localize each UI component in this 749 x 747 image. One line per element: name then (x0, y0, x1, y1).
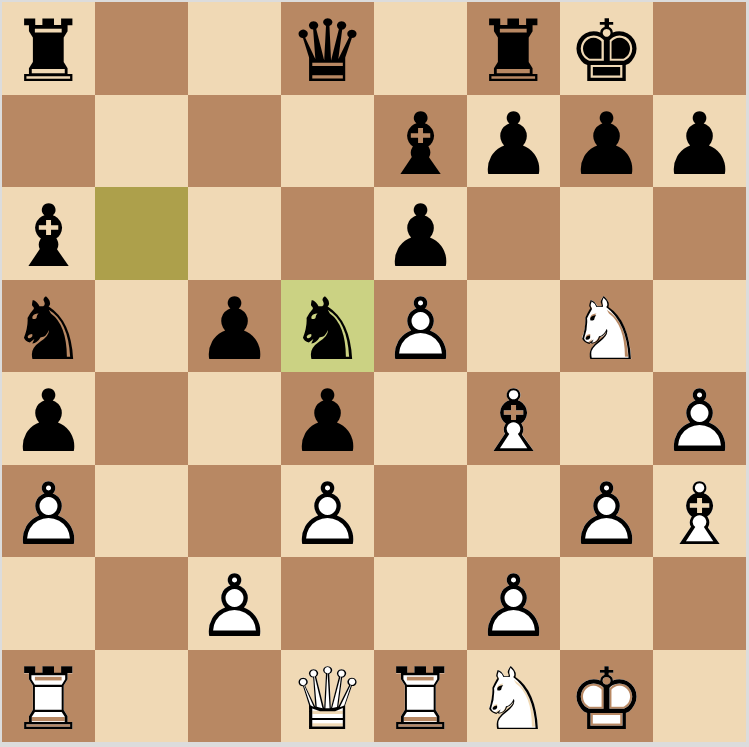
square-e5[interactable]: ♟♙ (374, 280, 467, 373)
black-bishop-icon: ♝ (374, 98, 467, 188)
piece-black-bishop[interactable]: ♝ (374, 95, 467, 188)
piece-black-queen[interactable]: ♛ (281, 2, 374, 95)
square-e7[interactable]: ♝ (374, 95, 467, 188)
piece-black-rook[interactable]: ♜ (467, 2, 560, 95)
square-g6[interactable] (560, 187, 653, 280)
piece-white-pawn[interactable]: ♟♙ (281, 465, 374, 558)
board-frame: ♜♛♜♚♝♟♟♟♝♟♞♟♞♟♙♞♘♟♟♝♗♟♙♟♙♟♙♟♙♝♗♟♙♟♙♜♖♛♕♜… (0, 0, 749, 747)
square-f3[interactable] (467, 465, 560, 558)
piece-white-bishop[interactable]: ♝♗ (467, 372, 560, 465)
black-pawn-icon: ♟ (560, 98, 653, 188)
square-c3[interactable] (188, 465, 281, 558)
black-pawn-icon: ♟ (188, 283, 281, 373)
square-a6[interactable]: ♝ (2, 187, 95, 280)
black-bishop-icon: ♝ (2, 190, 95, 280)
white-knight-outline-icon: ♘ (467, 653, 560, 743)
square-c8[interactable] (188, 2, 281, 95)
piece-white-pawn[interactable]: ♟♙ (188, 557, 281, 650)
piece-white-rook[interactable]: ♜♖ (374, 650, 467, 743)
piece-black-pawn[interactable]: ♟ (2, 372, 95, 465)
black-king-icon: ♚ (560, 5, 653, 95)
piece-white-rook[interactable]: ♜♖ (2, 650, 95, 743)
square-b2[interactable] (95, 557, 188, 650)
square-e6[interactable]: ♟ (374, 187, 467, 280)
piece-white-pawn[interactable]: ♟♙ (653, 372, 746, 465)
piece-black-knight[interactable]: ♞ (2, 280, 95, 373)
piece-black-king[interactable]: ♚ (560, 2, 653, 95)
square-a5[interactable]: ♞ (2, 280, 95, 373)
square-f4[interactable]: ♝♗ (467, 372, 560, 465)
white-pawn-outline-icon: ♙ (653, 375, 746, 465)
square-a1[interactable]: ♜♖ (2, 650, 95, 743)
square-c6[interactable] (188, 187, 281, 280)
square-c1[interactable] (188, 650, 281, 743)
square-h6[interactable] (653, 187, 746, 280)
black-queen-icon: ♛ (281, 5, 374, 95)
square-d6[interactable] (281, 187, 374, 280)
piece-black-pawn[interactable]: ♟ (188, 280, 281, 373)
white-pawn-outline-icon: ♙ (374, 283, 467, 373)
square-d7[interactable] (281, 95, 374, 188)
square-c2[interactable]: ♟♙ (188, 557, 281, 650)
square-a2[interactable] (2, 557, 95, 650)
white-pawn-outline-icon: ♙ (188, 560, 281, 650)
piece-black-pawn[interactable]: ♟ (281, 372, 374, 465)
square-f1[interactable]: ♞♘ (467, 650, 560, 743)
square-c5[interactable]: ♟ (188, 280, 281, 373)
piece-white-knight[interactable]: ♞♘ (560, 280, 653, 373)
black-pawn-icon: ♟ (281, 375, 374, 465)
piece-black-pawn[interactable]: ♟ (560, 95, 653, 188)
white-rook-outline-icon: ♖ (374, 653, 467, 743)
black-knight-icon: ♞ (281, 283, 374, 373)
piece-white-knight[interactable]: ♞♘ (467, 650, 560, 743)
square-h7[interactable]: ♟ (653, 95, 746, 188)
piece-black-knight[interactable]: ♞ (281, 280, 374, 373)
square-a7[interactable] (2, 95, 95, 188)
white-knight-outline-icon: ♘ (560, 283, 653, 373)
white-bishop-outline-icon: ♗ (653, 468, 746, 558)
piece-white-pawn[interactable]: ♟♙ (467, 557, 560, 650)
black-pawn-icon: ♟ (467, 98, 560, 188)
square-g1[interactable]: ♚♔ (560, 650, 653, 743)
piece-white-queen[interactable]: ♛♕ (281, 650, 374, 743)
piece-white-pawn[interactable]: ♟♙ (2, 465, 95, 558)
piece-white-pawn[interactable]: ♟♙ (560, 465, 653, 558)
piece-white-bishop[interactable]: ♝♗ (653, 465, 746, 558)
square-h5[interactable] (653, 280, 746, 373)
piece-white-king[interactable]: ♚♔ (560, 650, 653, 743)
square-c4[interactable] (188, 372, 281, 465)
white-bishop-outline-icon: ♗ (467, 375, 560, 465)
white-pawn-outline-icon: ♙ (560, 468, 653, 558)
square-f6[interactable] (467, 187, 560, 280)
square-f8[interactable]: ♜ (467, 2, 560, 95)
square-h8[interactable] (653, 2, 746, 95)
square-b3[interactable] (95, 465, 188, 558)
piece-black-pawn[interactable]: ♟ (467, 95, 560, 188)
black-pawn-icon: ♟ (2, 375, 95, 465)
square-e3[interactable] (374, 465, 467, 558)
piece-black-pawn[interactable]: ♟ (374, 187, 467, 280)
square-e8[interactable] (374, 2, 467, 95)
white-pawn-outline-icon: ♙ (2, 468, 95, 558)
white-rook-outline-icon: ♖ (2, 653, 95, 743)
square-h2[interactable] (653, 557, 746, 650)
white-pawn-outline-icon: ♙ (467, 560, 560, 650)
square-g8[interactable]: ♚ (560, 2, 653, 95)
square-e1[interactable]: ♜♖ (374, 650, 467, 743)
square-d3[interactable]: ♟♙ (281, 465, 374, 558)
piece-black-rook[interactable]: ♜ (2, 2, 95, 95)
square-g2[interactable] (560, 557, 653, 650)
square-h1[interactable] (653, 650, 746, 743)
square-d4[interactable]: ♟ (281, 372, 374, 465)
black-knight-icon: ♞ (2, 283, 95, 373)
square-b4[interactable] (95, 372, 188, 465)
square-a3[interactable]: ♟♙ (2, 465, 95, 558)
black-pawn-icon: ♟ (374, 190, 467, 280)
square-b7[interactable] (95, 95, 188, 188)
square-e4[interactable] (374, 372, 467, 465)
square-g3[interactable]: ♟♙ (560, 465, 653, 558)
square-f2[interactable]: ♟♙ (467, 557, 560, 650)
black-rook-icon: ♜ (2, 5, 95, 95)
square-g7[interactable]: ♟ (560, 95, 653, 188)
white-queen-outline-icon: ♕ (281, 653, 374, 743)
piece-black-pawn[interactable]: ♟ (653, 95, 746, 188)
square-b8[interactable] (95, 2, 188, 95)
square-e2[interactable] (374, 557, 467, 650)
black-pawn-icon: ♟ (653, 98, 746, 188)
square-g4[interactable] (560, 372, 653, 465)
square-f7[interactable]: ♟ (467, 95, 560, 188)
square-b1[interactable] (95, 650, 188, 743)
square-g5[interactable]: ♞♘ (560, 280, 653, 373)
square-a4[interactable]: ♟ (2, 372, 95, 465)
square-d2[interactable] (281, 557, 374, 650)
chess-board: ♜♛♜♚♝♟♟♟♝♟♞♟♞♟♙♞♘♟♟♝♗♟♙♟♙♟♙♟♙♝♗♟♙♟♙♜♖♛♕♜… (2, 2, 746, 742)
square-d5[interactable]: ♞ (281, 280, 374, 373)
square-a8[interactable]: ♜ (2, 2, 95, 95)
square-b5[interactable] (95, 280, 188, 373)
piece-black-bishop[interactable]: ♝ (2, 187, 95, 280)
square-h4[interactable]: ♟♙ (653, 372, 746, 465)
square-f5[interactable] (467, 280, 560, 373)
piece-white-pawn[interactable]: ♟♙ (374, 280, 467, 373)
square-b6[interactable] (95, 187, 188, 280)
square-c7[interactable] (188, 95, 281, 188)
square-h3[interactable]: ♝♗ (653, 465, 746, 558)
square-d8[interactable]: ♛ (281, 2, 374, 95)
white-king-outline-icon: ♔ (560, 653, 653, 743)
black-rook-icon: ♜ (467, 5, 560, 95)
square-d1[interactable]: ♛♕ (281, 650, 374, 743)
white-pawn-outline-icon: ♙ (281, 468, 374, 558)
